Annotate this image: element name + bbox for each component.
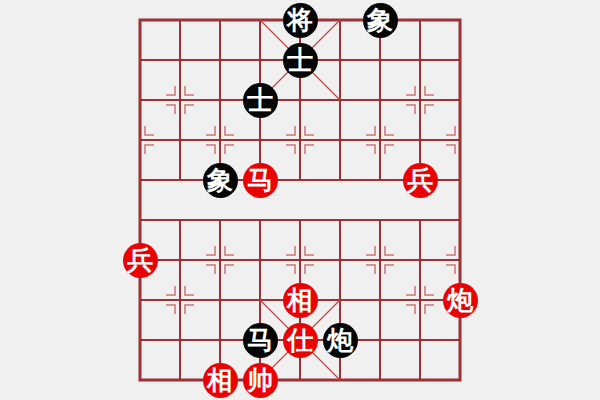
board-point: 仕 (280, 320, 320, 360)
board-point: 将 (280, 0, 320, 40)
board-point: 象 (200, 160, 240, 200)
piece-black-general[interactable]: 将 (283, 3, 318, 38)
piece-black-cannon[interactable]: 炮 (323, 323, 358, 358)
board-point: 炮 (320, 320, 360, 360)
piece-black-elephant[interactable]: 象 (203, 163, 238, 198)
piece-black-advisor[interactable]: 士 (243, 83, 278, 118)
board-point: 相 (200, 360, 240, 400)
board-point: 马 (240, 160, 280, 200)
piece-black-advisor[interactable]: 士 (283, 43, 318, 78)
board-point: 炮 (440, 280, 480, 320)
piece-red-pawn[interactable]: 兵 (403, 163, 438, 198)
piece-red-advisor[interactable]: 仕 (283, 323, 318, 358)
board-point: 士 (280, 40, 320, 80)
piece-red-horse[interactable]: 马 (243, 163, 278, 198)
piece-red-pawn[interactable]: 兵 (123, 243, 158, 278)
board-point: 马 (240, 320, 280, 360)
piece-red-general[interactable]: 帅 (243, 363, 278, 398)
piece-black-elephant[interactable]: 象 (363, 3, 398, 38)
board-point: 象 (360, 0, 400, 40)
board-point: 士 (240, 80, 280, 120)
page-background: 将象士士象马兵兵相炮马仕炮相帅 (0, 0, 600, 400)
piece-black-horse[interactable]: 马 (243, 323, 278, 358)
pieces-layer: 将象士士象马兵兵相炮马仕炮相帅 (120, 0, 480, 400)
xiangqi-board[interactable]: 将象士士象马兵兵相炮马仕炮相帅 (120, 0, 480, 400)
piece-red-elephant[interactable]: 相 (203, 363, 238, 398)
board-point: 兵 (120, 240, 160, 280)
board-point: 帅 (240, 360, 280, 400)
piece-red-elephant[interactable]: 相 (283, 283, 318, 318)
board-point: 相 (280, 280, 320, 320)
piece-red-cannon[interactable]: 炮 (443, 283, 478, 318)
board-point: 兵 (400, 160, 440, 200)
